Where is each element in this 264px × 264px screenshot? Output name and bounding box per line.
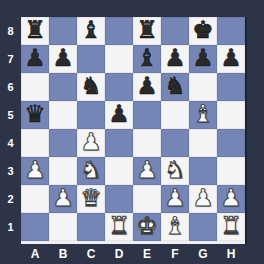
- white-knight-c3: ♞: [80, 158, 102, 182]
- square-d4[interactable]: [105, 129, 133, 157]
- square-c5[interactable]: [77, 101, 105, 129]
- square-h5[interactable]: [217, 101, 245, 129]
- white-knight-f3: ♞: [164, 158, 186, 182]
- square-g6[interactable]: [189, 73, 217, 101]
- square-g4[interactable]: [189, 129, 217, 157]
- file-label-g: G: [189, 245, 217, 263]
- white-pawn-e3: ♟: [136, 158, 158, 182]
- square-e2[interactable]: [133, 185, 161, 213]
- square-e5[interactable]: [133, 101, 161, 129]
- square-g7[interactable]: ♟: [189, 45, 217, 73]
- black-bishop-e7: ♝: [136, 46, 158, 70]
- square-d2[interactable]: [105, 185, 133, 213]
- square-c6[interactable]: ♞: [77, 73, 105, 101]
- white-bishop-g5: ♝: [192, 102, 214, 126]
- file-label-c: C: [77, 245, 105, 263]
- black-knight-f6: ♞: [164, 74, 186, 98]
- black-rook-e8: ♜: [136, 18, 158, 42]
- square-d7[interactable]: [105, 45, 133, 73]
- square-d6[interactable]: [105, 73, 133, 101]
- file-label-h: H: [217, 245, 245, 263]
- rank-label-7: 7: [0, 45, 21, 73]
- square-f7[interactable]: ♟: [161, 45, 189, 73]
- square-f4[interactable]: [161, 129, 189, 157]
- square-b1[interactable]: [49, 213, 77, 241]
- board-bottom-edge: [21, 241, 247, 244]
- chess-board: ♜♝♜♚♟♟♝♟♟♟♞♟♞♛♟♝♟♟♞♟♞♟♛♟♟♟♜♚♝♜: [21, 17, 245, 241]
- square-c7[interactable]: [77, 45, 105, 73]
- square-e3[interactable]: ♟: [133, 157, 161, 185]
- square-b2[interactable]: ♟: [49, 185, 77, 213]
- square-h3[interactable]: [217, 157, 245, 185]
- black-pawn-a7: ♟: [24, 46, 46, 70]
- rank-label-8: 8: [0, 17, 21, 45]
- rank-label-2: 2: [0, 185, 21, 213]
- file-label-a: A: [21, 245, 49, 263]
- rank-label-5: 5: [0, 101, 21, 129]
- black-queen-a5: ♛: [24, 102, 46, 126]
- square-g3[interactable]: [189, 157, 217, 185]
- black-pawn-b7: ♟: [52, 46, 74, 70]
- square-c4[interactable]: ♟: [77, 129, 105, 157]
- square-f2[interactable]: ♟: [161, 185, 189, 213]
- square-a1[interactable]: [21, 213, 49, 241]
- square-g8[interactable]: ♚: [189, 17, 217, 45]
- square-a4[interactable]: [21, 129, 49, 157]
- square-f8[interactable]: [161, 17, 189, 45]
- square-b8[interactable]: [49, 17, 77, 45]
- square-f1[interactable]: ♝: [161, 213, 189, 241]
- chess-diagram: 87654321 ♜♝♜♚♟♟♝♟♟♟♞♟♞♛♟♝♟♟♞♟♞♟♛♟♟♟♜♚♝♜ …: [0, 0, 264, 264]
- square-e1[interactable]: ♚: [133, 213, 161, 241]
- black-pawn-f7: ♟: [164, 46, 186, 70]
- square-h4[interactable]: [217, 129, 245, 157]
- square-b5[interactable]: [49, 101, 77, 129]
- square-b6[interactable]: [49, 73, 77, 101]
- square-a3[interactable]: ♟: [21, 157, 49, 185]
- square-h7[interactable]: ♟: [217, 45, 245, 73]
- rank-label-4: 4: [0, 129, 21, 157]
- black-pawn-d5: ♟: [108, 102, 130, 126]
- white-rook-d1: ♜: [108, 214, 130, 238]
- square-e8[interactable]: ♜: [133, 17, 161, 45]
- square-h1[interactable]: ♜: [217, 213, 245, 241]
- square-a5[interactable]: ♛: [21, 101, 49, 129]
- black-pawn-e6: ♟: [136, 74, 158, 98]
- square-d3[interactable]: [105, 157, 133, 185]
- square-d5[interactable]: ♟: [105, 101, 133, 129]
- file-label-b: B: [49, 245, 77, 263]
- square-d1[interactable]: ♜: [105, 213, 133, 241]
- square-a7[interactable]: ♟: [21, 45, 49, 73]
- square-a6[interactable]: [21, 73, 49, 101]
- white-pawn-f2: ♟: [164, 186, 186, 210]
- black-knight-c6: ♞: [80, 74, 102, 98]
- white-pawn-b2: ♟: [52, 186, 74, 210]
- file-label-e: E: [133, 245, 161, 263]
- square-g5[interactable]: ♝: [189, 101, 217, 129]
- square-b7[interactable]: ♟: [49, 45, 77, 73]
- rank-label-1: 1: [0, 213, 21, 241]
- square-f5[interactable]: [161, 101, 189, 129]
- black-pawn-g7: ♟: [192, 46, 214, 70]
- file-labels: ABCDEFGH: [21, 245, 245, 263]
- square-h6[interactable]: [217, 73, 245, 101]
- square-c2[interactable]: ♛: [77, 185, 105, 213]
- square-d8[interactable]: [105, 17, 133, 45]
- square-a2[interactable]: [21, 185, 49, 213]
- black-rook-a8: ♜: [24, 18, 46, 42]
- black-king-g8: ♚: [192, 18, 214, 42]
- rank-labels: 87654321: [0, 17, 21, 241]
- rank-label-3: 3: [0, 157, 21, 185]
- square-b3[interactable]: [49, 157, 77, 185]
- square-e7[interactable]: ♝: [133, 45, 161, 73]
- square-c3[interactable]: ♞: [77, 157, 105, 185]
- rank-label-6: 6: [0, 73, 21, 101]
- square-g1[interactable]: [189, 213, 217, 241]
- white-pawn-a3: ♟: [24, 158, 46, 182]
- white-bishop-f1: ♝: [164, 214, 186, 238]
- black-bishop-c8: ♝: [80, 18, 102, 42]
- square-e6[interactable]: ♟: [133, 73, 161, 101]
- square-f6[interactable]: ♞: [161, 73, 189, 101]
- board-right-edge: [245, 17, 247, 244]
- square-g2[interactable]: ♟: [189, 185, 217, 213]
- square-a8[interactable]: ♜: [21, 17, 49, 45]
- black-pawn-h7: ♟: [220, 46, 242, 70]
- square-c8[interactable]: ♝: [77, 17, 105, 45]
- white-pawn-c4: ♟: [80, 130, 102, 154]
- square-h8[interactable]: [217, 17, 245, 45]
- square-h2[interactable]: ♟: [217, 185, 245, 213]
- white-king-e1: ♚: [136, 214, 158, 238]
- square-b4[interactable]: [49, 129, 77, 157]
- square-f3[interactable]: ♞: [161, 157, 189, 185]
- file-label-f: F: [161, 245, 189, 263]
- white-pawn-g2: ♟: [192, 186, 214, 210]
- white-rook-h1: ♜: [220, 214, 242, 238]
- square-e4[interactable]: [133, 129, 161, 157]
- white-pawn-h2: ♟: [220, 186, 242, 210]
- file-label-d: D: [105, 245, 133, 263]
- square-c1[interactable]: [77, 213, 105, 241]
- white-queen-c2: ♛: [80, 186, 102, 210]
